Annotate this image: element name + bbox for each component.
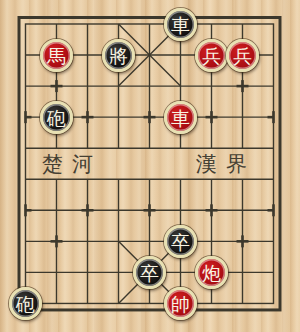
piece-black-cannon[interactable]: 砲 — [9, 287, 42, 320]
red-soldier-glyph: 兵 — [202, 46, 221, 65]
piece-red-soldier[interactable]: 兵 — [226, 39, 259, 72]
xiangqi-app: 楚河 漢界 車馬將兵兵砲車卒卒炮砲帥 — [0, 0, 300, 332]
piece-red-horse[interactable]: 馬 — [40, 39, 73, 72]
piece-red-general[interactable]: 帥 — [164, 287, 197, 320]
red-general-glyph: 帥 — [171, 294, 190, 313]
river-label-chu-he: 楚河 — [42, 152, 102, 176]
piece-red-cannon[interactable]: 炮 — [195, 256, 228, 289]
red-chariot-glyph: 車 — [171, 108, 190, 127]
black-soldier-glyph: 卒 — [140, 263, 159, 282]
piece-black-soldier[interactable]: 卒 — [133, 256, 166, 289]
red-cannon-glyph: 炮 — [202, 263, 221, 282]
black-general-glyph: 將 — [109, 46, 128, 65]
piece-black-chariot[interactable]: 車 — [164, 8, 197, 41]
black-cannon-glyph: 砲 — [16, 294, 35, 313]
piece-red-chariot[interactable]: 車 — [164, 101, 197, 134]
piece-black-cannon[interactable]: 砲 — [40, 101, 73, 134]
black-cannon-glyph: 砲 — [47, 108, 66, 127]
red-horse-glyph: 馬 — [47, 46, 66, 65]
river-label-han-jie: 漢界 — [196, 152, 256, 176]
piece-red-soldier[interactable]: 兵 — [195, 39, 228, 72]
piece-black-general[interactable]: 將 — [102, 39, 135, 72]
piece-black-soldier[interactable]: 卒 — [164, 225, 197, 258]
red-soldier-glyph: 兵 — [233, 46, 252, 65]
black-chariot-glyph: 車 — [171, 15, 190, 34]
black-soldier-glyph: 卒 — [171, 232, 190, 251]
